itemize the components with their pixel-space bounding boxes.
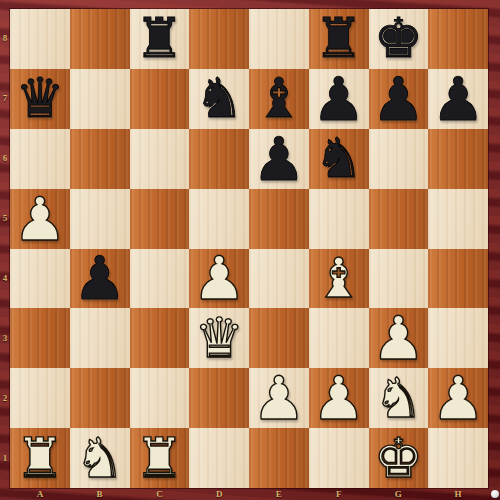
rank-labels: 87654321 [0,9,10,488]
square-d1[interactable] [189,428,249,488]
square-d5[interactable] [189,189,249,249]
rank-label-5: 5 [3,214,8,223]
square-d3[interactable]: ♛ [189,308,249,368]
piece-black-king[interactable]: ♚ [374,11,423,66]
square-h4[interactable] [428,249,488,309]
square-a3[interactable] [10,308,70,368]
square-f5[interactable] [309,189,369,249]
square-a2[interactable] [10,368,70,428]
file-label-a: A [37,490,44,499]
rank-label-6: 6 [3,154,8,163]
square-f4[interactable]: ♝ [309,249,369,309]
square-e3[interactable] [249,308,309,368]
square-g7[interactable]: ♟ [369,69,429,129]
square-a8[interactable] [10,9,70,69]
square-h2[interactable]: ♟ [428,368,488,428]
piece-black-pawn[interactable]: ♟ [431,69,485,129]
square-c4[interactable] [130,249,190,309]
piece-white-pawn[interactable]: ♟ [312,368,366,428]
square-f6[interactable]: ♞ [309,129,369,189]
square-f3[interactable] [309,308,369,368]
file-label-f: F [336,490,342,499]
piece-black-bishop[interactable]: ♝ [254,71,303,126]
piece-black-queen[interactable]: ♛ [15,71,64,126]
square-h1[interactable] [428,428,488,488]
square-b4[interactable]: ♟ [70,249,130,309]
square-b2[interactable] [70,368,130,428]
square-c5[interactable] [130,189,190,249]
file-label-c: C [156,490,163,499]
piece-white-pawn[interactable]: ♟ [192,249,246,309]
square-g6[interactable] [369,129,429,189]
square-b5[interactable] [70,189,130,249]
piece-black-rook[interactable]: ♜ [314,11,363,66]
square-b1[interactable]: ♞ [70,428,130,488]
file-label-h: H [455,490,462,499]
square-f7[interactable]: ♟ [309,69,369,129]
piece-black-knight[interactable]: ♞ [314,131,363,186]
square-c1[interactable]: ♜ [130,428,190,488]
rank-label-1: 1 [3,454,8,463]
square-h5[interactable] [428,189,488,249]
piece-black-pawn[interactable]: ♟ [312,69,366,129]
square-b7[interactable] [70,69,130,129]
chess-board: ♜♜♚♛♞♝♟♟♟♟♞♟♟♟♝♛♟♟♟♞♟♜♞♜♚ [10,9,488,488]
piece-white-pawn[interactable]: ♟ [371,308,425,368]
piece-white-queen[interactable]: ♛ [194,311,243,366]
piece-white-bishop[interactable]: ♝ [314,251,363,306]
piece-black-knight[interactable]: ♞ [194,71,243,126]
square-e1[interactable] [249,428,309,488]
square-c3[interactable] [130,308,190,368]
square-c2[interactable] [130,368,190,428]
square-a5[interactable]: ♟ [10,189,70,249]
piece-white-pawn[interactable]: ♟ [13,189,67,249]
square-e5[interactable] [249,189,309,249]
square-h7[interactable]: ♟ [428,69,488,129]
square-c8[interactable]: ♜ [130,9,190,69]
file-label-e: E [276,490,282,499]
rank-label-4: 4 [3,274,8,283]
piece-white-king[interactable]: ♚ [374,431,423,486]
file-label-g: G [395,490,402,499]
rank-label-7: 7 [3,94,8,103]
square-h3[interactable] [428,308,488,368]
file-labels: ABCDEFGH [10,488,488,500]
piece-white-knight[interactable]: ♞ [75,431,124,486]
square-c7[interactable] [130,69,190,129]
rank-label-3: 3 [3,334,8,343]
square-g1[interactable]: ♚ [369,428,429,488]
square-d4[interactable]: ♟ [189,249,249,309]
square-f1[interactable] [309,428,369,488]
piece-white-pawn[interactable]: ♟ [252,368,306,428]
square-f2[interactable]: ♟ [309,368,369,428]
square-d2[interactable] [189,368,249,428]
piece-black-pawn[interactable]: ♟ [371,69,425,129]
piece-black-rook[interactable]: ♜ [135,11,184,66]
square-a1[interactable]: ♜ [10,428,70,488]
square-e2[interactable]: ♟ [249,368,309,428]
square-g2[interactable]: ♞ [369,368,429,428]
square-b3[interactable] [70,308,130,368]
piece-white-rook[interactable]: ♜ [135,431,184,486]
square-b8[interactable] [70,9,130,69]
piece-black-pawn[interactable]: ♟ [73,249,127,309]
square-f8[interactable]: ♜ [309,9,369,69]
square-e6[interactable]: ♟ [249,129,309,189]
square-e7[interactable]: ♝ [249,69,309,129]
square-g4[interactable] [369,249,429,309]
square-e4[interactable] [249,249,309,309]
square-d6[interactable] [189,129,249,189]
piece-white-rook[interactable]: ♜ [15,431,64,486]
square-a6[interactable] [10,129,70,189]
piece-white-pawn[interactable]: ♟ [431,368,485,428]
square-e8[interactable] [249,9,309,69]
square-g3[interactable]: ♟ [369,308,429,368]
square-d7[interactable]: ♞ [189,69,249,129]
rank-label-2: 2 [3,394,8,403]
square-g8[interactable]: ♚ [369,9,429,69]
chess-board-frame: 87654321 ABCDEFGH ♜♜♚♛♞♝♟♟♟♟♞♟♟♟♝♛♟♟♟♞♟♜… [0,0,500,500]
square-h6[interactable] [428,129,488,189]
square-b6[interactable] [70,129,130,189]
square-h8[interactable] [428,9,488,69]
white-to-move-indicator [491,490,499,498]
piece-white-knight[interactable]: ♞ [374,371,423,426]
square-d8[interactable] [189,9,249,69]
piece-black-pawn[interactable]: ♟ [252,129,306,189]
square-g5[interactable] [369,189,429,249]
square-a7[interactable]: ♛ [10,69,70,129]
square-c6[interactable] [130,129,190,189]
rank-label-8: 8 [3,34,8,43]
square-a4[interactable] [10,249,70,309]
file-label-d: D [216,490,223,499]
file-label-b: B [97,490,103,499]
